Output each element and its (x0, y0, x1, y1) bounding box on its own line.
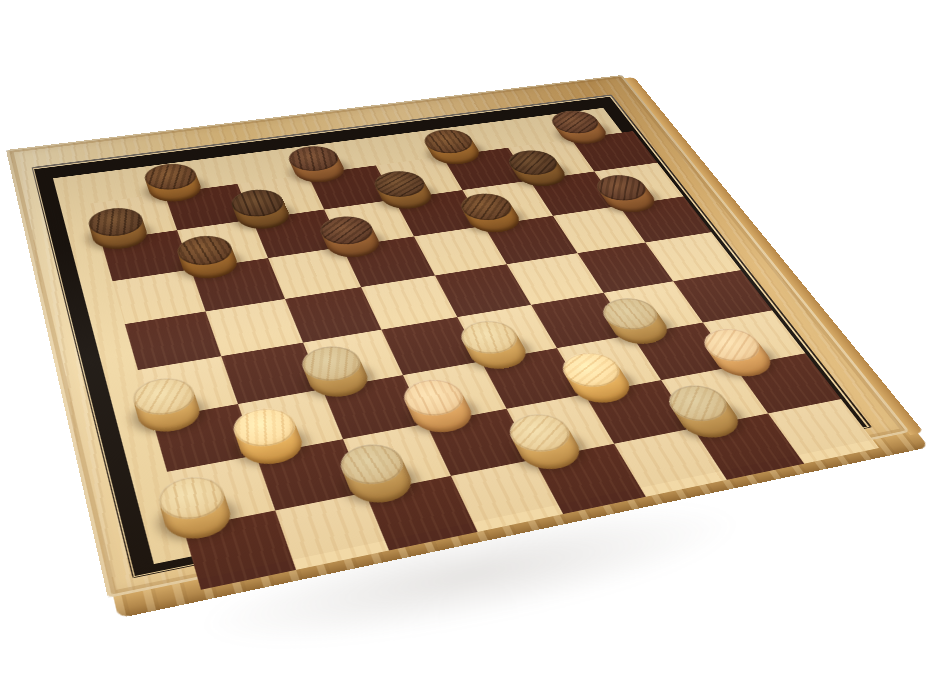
checker-light-r7c6[interactable]: ⛀ (660, 381, 747, 442)
checker-dark-r2c3[interactable]: ⛂ (315, 213, 385, 260)
checker-dark-r0c5[interactable]: ⛂ (419, 127, 485, 167)
checker-light-r6c5[interactable]: ⛀ (555, 348, 638, 406)
photo-scene: ⛂⛂⛂⛂⛂⛂⛂⛂⛂⛂⛂⛂⛀⛀⛀⛀⛀⛀⛀⛀⛀⛀⛀⛀ (0, 0, 928, 686)
checker-dark-r2c7[interactable]: ⛂ (590, 172, 662, 215)
checker-light-r5c0[interactable]: ⛀ (129, 374, 205, 436)
checker-dark-r2c1[interactable]: ⛂ (174, 233, 243, 282)
checker-dark-r0c3[interactable]: ⛂ (284, 144, 349, 186)
checker-dark-r2c5[interactable]: ⛂ (455, 191, 526, 236)
checker-dark-r1c2[interactable]: ⛂ (227, 187, 294, 232)
checker-light-r7c4[interactable]: ⛀ (502, 409, 588, 473)
checker-light-r5c6[interactable]: ⛀ (595, 295, 675, 348)
checker-light-r7c0[interactable]: ⛀ (154, 472, 236, 544)
checker-light-r7c2[interactable]: ⛀ (334, 439, 418, 507)
checker-dark-r0c7[interactable]: ⛂ (546, 109, 613, 147)
checker-light-r5c4[interactable]: ⛀ (454, 317, 533, 373)
checker-dark-r1c4[interactable]: ⛂ (369, 169, 437, 212)
checker-light-r6c3[interactable]: ⛀ (397, 375, 479, 436)
checker-light-r5c2[interactable]: ⛀ (296, 342, 374, 401)
checker-dark-r1c0[interactable]: ⛂ (85, 205, 151, 252)
checker-dark-r1c6[interactable]: ⛂ (502, 148, 571, 189)
checker-light-r6c1[interactable]: ⛀ (229, 404, 309, 469)
checker-light-r6c7[interactable]: ⛀ (695, 325, 779, 380)
checker-dark-r0c1[interactable]: ⛂ (141, 161, 205, 204)
